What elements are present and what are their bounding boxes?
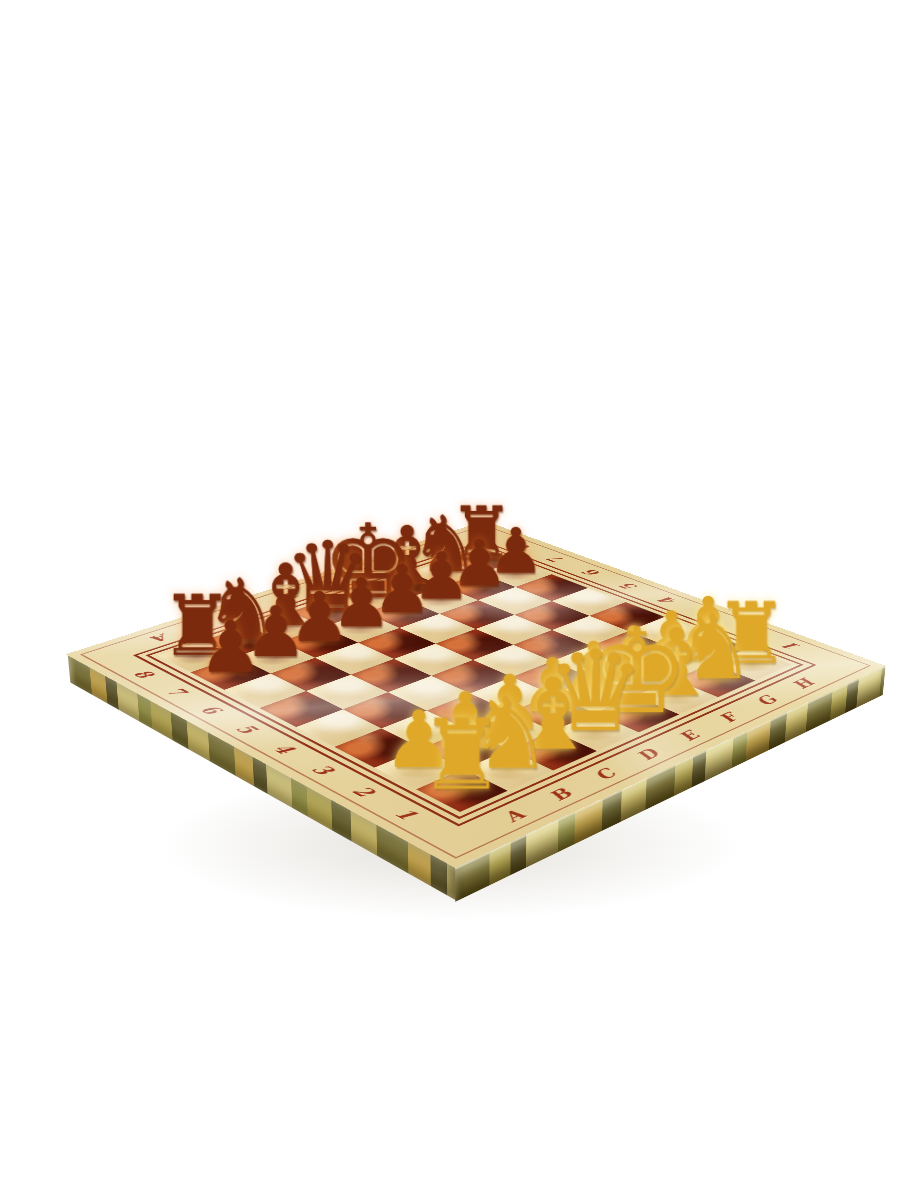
chess-board: 1122334455667788AABBCCDDEEFFGGHH ♜♞♝♛♚♝♞… [66,521,886,868]
product-photo: 1122334455667788AABBCCDDEEFFGGHH ♜♞♝♛♚♝♞… [0,0,900,1200]
pawn-glyph: ♟ [199,612,263,683]
scene: 1122334455667788AABBCCDDEEFFGGHH ♜♞♝♛♚♝♞… [0,0,900,1200]
rook-glyph: ♜ [418,707,505,804]
